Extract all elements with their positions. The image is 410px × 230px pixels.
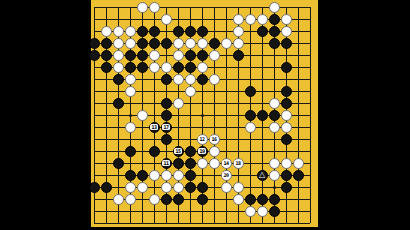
intersection[interactable] <box>292 205 304 217</box>
intersection[interactable] <box>304 61 316 73</box>
intersection[interactable] <box>136 169 148 181</box>
intersection[interactable] <box>256 85 268 97</box>
intersection[interactable] <box>292 25 304 37</box>
intersection[interactable] <box>244 193 256 205</box>
intersection[interactable] <box>268 25 280 37</box>
intersection[interactable] <box>208 121 220 133</box>
intersection[interactable] <box>184 133 196 145</box>
intersection[interactable]: 20 <box>220 169 232 181</box>
intersection[interactable] <box>268 37 280 49</box>
intersection[interactable] <box>112 73 124 85</box>
intersection[interactable] <box>184 49 196 61</box>
intersection[interactable] <box>172 121 184 133</box>
intersection[interactable] <box>220 181 232 193</box>
intersection[interactable] <box>160 205 172 217</box>
intersection[interactable] <box>280 169 292 181</box>
intersection[interactable] <box>232 97 244 109</box>
intersection[interactable] <box>160 85 172 97</box>
intersection[interactable] <box>160 145 172 157</box>
intersection[interactable] <box>304 157 316 169</box>
intersection[interactable] <box>232 61 244 73</box>
intersection[interactable] <box>244 157 256 169</box>
intersection[interactable] <box>268 73 280 85</box>
intersection[interactable] <box>220 25 232 37</box>
intersection[interactable] <box>124 145 136 157</box>
intersection[interactable] <box>196 121 208 133</box>
intersection[interactable] <box>124 181 136 193</box>
intersection[interactable] <box>256 157 268 169</box>
intersection[interactable] <box>136 193 148 205</box>
intersection[interactable] <box>196 109 208 121</box>
intersection[interactable]: △ <box>256 169 268 181</box>
intersection[interactable] <box>268 1 280 13</box>
intersection[interactable] <box>136 1 148 13</box>
intersection[interactable] <box>232 37 244 49</box>
intersection[interactable] <box>256 121 268 133</box>
intersection[interactable] <box>280 157 292 169</box>
intersection[interactable] <box>232 49 244 61</box>
intersection[interactable] <box>256 205 268 217</box>
intersection[interactable] <box>148 1 160 13</box>
intersection[interactable] <box>304 193 316 205</box>
intersection[interactable] <box>256 145 268 157</box>
intersection[interactable] <box>292 49 304 61</box>
intersection[interactable] <box>292 145 304 157</box>
intersection[interactable] <box>124 49 136 61</box>
intersection[interactable] <box>148 73 160 85</box>
intersection[interactable] <box>184 85 196 97</box>
intersection[interactable] <box>148 145 160 157</box>
intersection[interactable] <box>244 37 256 49</box>
intersection[interactable] <box>256 25 268 37</box>
intersection[interactable] <box>304 13 316 25</box>
intersection[interactable] <box>232 121 244 133</box>
intersection[interactable]: 17 <box>160 121 172 133</box>
intersection[interactable] <box>208 25 220 37</box>
intersection[interactable] <box>172 181 184 193</box>
intersection[interactable] <box>160 49 172 61</box>
intersection[interactable]: 15 <box>172 145 184 157</box>
intersection[interactable] <box>112 37 124 49</box>
intersection[interactable] <box>280 193 292 205</box>
intersection[interactable] <box>196 49 208 61</box>
intersection[interactable] <box>160 25 172 37</box>
intersection[interactable] <box>292 133 304 145</box>
intersection[interactable] <box>268 13 280 25</box>
intersection[interactable] <box>124 61 136 73</box>
intersection[interactable] <box>220 85 232 97</box>
intersection[interactable] <box>232 193 244 205</box>
intersection[interactable] <box>220 13 232 25</box>
intersection[interactable] <box>280 97 292 109</box>
intersection[interactable] <box>280 109 292 121</box>
intersection[interactable] <box>88 49 100 61</box>
intersection[interactable]: 13 <box>148 121 160 133</box>
intersection[interactable] <box>148 181 160 193</box>
intersection[interactable] <box>220 73 232 85</box>
intersection[interactable] <box>124 121 136 133</box>
intersection[interactable] <box>244 145 256 157</box>
intersection[interactable] <box>100 181 112 193</box>
intersection[interactable] <box>196 97 208 109</box>
intersection[interactable] <box>232 205 244 217</box>
intersection[interactable] <box>112 49 124 61</box>
intersection[interactable] <box>208 181 220 193</box>
intersection[interactable] <box>208 61 220 73</box>
intersection[interactable] <box>280 13 292 25</box>
intersection[interactable] <box>100 145 112 157</box>
intersection[interactable] <box>184 157 196 169</box>
intersection[interactable] <box>136 37 148 49</box>
intersection[interactable] <box>148 13 160 25</box>
intersection[interactable] <box>304 73 316 85</box>
intersection[interactable]: 11 <box>160 157 172 169</box>
intersection[interactable] <box>196 181 208 193</box>
intersection[interactable] <box>136 97 148 109</box>
intersection[interactable] <box>208 169 220 181</box>
intersection[interactable] <box>232 181 244 193</box>
intersection[interactable] <box>244 133 256 145</box>
intersection[interactable] <box>292 61 304 73</box>
intersection[interactable] <box>136 61 148 73</box>
intersection[interactable] <box>232 1 244 13</box>
intersection[interactable] <box>208 109 220 121</box>
intersection[interactable] <box>124 133 136 145</box>
intersection[interactable]: 12 <box>196 133 208 145</box>
intersection[interactable] <box>304 37 316 49</box>
intersection[interactable] <box>220 193 232 205</box>
intersection[interactable] <box>232 133 244 145</box>
intersection[interactable] <box>100 205 112 217</box>
intersection[interactable] <box>100 49 112 61</box>
intersection[interactable] <box>280 1 292 13</box>
intersection[interactable] <box>124 157 136 169</box>
intersection[interactable] <box>232 73 244 85</box>
intersection[interactable] <box>196 13 208 25</box>
intersection[interactable] <box>160 193 172 205</box>
intersection[interactable] <box>304 97 316 109</box>
intersection[interactable] <box>184 109 196 121</box>
intersection[interactable] <box>304 181 316 193</box>
intersection[interactable] <box>244 13 256 25</box>
intersection[interactable] <box>172 169 184 181</box>
intersection[interactable] <box>220 145 232 157</box>
intersection[interactable] <box>124 37 136 49</box>
intersection[interactable] <box>172 157 184 169</box>
intersection[interactable] <box>172 109 184 121</box>
intersection[interactable] <box>172 13 184 25</box>
intersection[interactable] <box>184 121 196 133</box>
go-board[interactable]: 13171216151911141820△ <box>88 1 316 229</box>
intersection[interactable]: 14 <box>220 157 232 169</box>
intersection[interactable] <box>148 49 160 61</box>
intersection[interactable] <box>220 49 232 61</box>
intersection[interactable] <box>148 85 160 97</box>
intersection[interactable] <box>160 61 172 73</box>
intersection[interactable] <box>112 181 124 193</box>
intersection[interactable] <box>220 61 232 73</box>
intersection[interactable] <box>280 205 292 217</box>
intersection[interactable] <box>220 121 232 133</box>
intersection[interactable] <box>184 25 196 37</box>
intersection[interactable] <box>100 25 112 37</box>
intersection[interactable] <box>148 205 160 217</box>
intersection[interactable] <box>160 13 172 25</box>
intersection[interactable] <box>112 61 124 73</box>
intersection[interactable] <box>244 121 256 133</box>
intersection[interactable] <box>112 109 124 121</box>
intersection[interactable] <box>304 121 316 133</box>
intersection[interactable] <box>100 169 112 181</box>
intersection[interactable] <box>208 205 220 217</box>
intersection[interactable] <box>100 121 112 133</box>
intersection[interactable] <box>136 109 148 121</box>
intersection[interactable] <box>124 193 136 205</box>
intersection[interactable] <box>244 73 256 85</box>
intersection[interactable] <box>220 37 232 49</box>
intersection[interactable] <box>184 145 196 157</box>
intersection[interactable] <box>232 25 244 37</box>
intersection[interactable] <box>100 157 112 169</box>
intersection[interactable] <box>184 37 196 49</box>
intersection[interactable] <box>148 25 160 37</box>
intersection[interactable] <box>268 181 280 193</box>
intersection[interactable] <box>172 61 184 73</box>
intersection[interactable] <box>232 169 244 181</box>
intersection[interactable] <box>268 49 280 61</box>
intersection[interactable] <box>112 169 124 181</box>
intersection[interactable] <box>196 157 208 169</box>
intersection[interactable] <box>100 37 112 49</box>
intersection[interactable] <box>244 109 256 121</box>
intersection[interactable] <box>280 85 292 97</box>
intersection[interactable] <box>148 61 160 73</box>
intersection[interactable] <box>172 37 184 49</box>
intersection[interactable] <box>148 157 160 169</box>
intersection[interactable] <box>100 61 112 73</box>
intersection[interactable] <box>124 85 136 97</box>
intersection[interactable] <box>196 37 208 49</box>
intersection[interactable] <box>184 169 196 181</box>
intersection[interactable] <box>208 85 220 97</box>
intersection[interactable] <box>280 181 292 193</box>
intersection[interactable] <box>184 181 196 193</box>
intersection[interactable] <box>256 193 268 205</box>
intersection[interactable] <box>304 109 316 121</box>
intersection[interactable] <box>112 1 124 13</box>
intersection[interactable] <box>100 109 112 121</box>
intersection[interactable] <box>112 97 124 109</box>
intersection[interactable] <box>268 61 280 73</box>
intersection[interactable] <box>304 205 316 217</box>
intersection[interactable] <box>184 193 196 205</box>
intersection[interactable] <box>244 205 256 217</box>
intersection[interactable] <box>112 145 124 157</box>
intersection[interactable] <box>256 49 268 61</box>
intersection[interactable] <box>124 109 136 121</box>
intersection[interactable] <box>172 133 184 145</box>
intersection[interactable] <box>268 133 280 145</box>
intersection[interactable] <box>136 49 148 61</box>
intersection[interactable] <box>256 181 268 193</box>
intersection[interactable] <box>292 193 304 205</box>
intersection[interactable] <box>256 1 268 13</box>
intersection[interactable] <box>292 181 304 193</box>
intersection[interactable] <box>184 13 196 25</box>
intersection[interactable] <box>280 73 292 85</box>
intersection[interactable] <box>256 13 268 25</box>
intersection[interactable] <box>304 145 316 157</box>
intersection[interactable] <box>196 193 208 205</box>
intersection[interactable] <box>160 109 172 121</box>
intersection[interactable] <box>136 145 148 157</box>
intersection[interactable] <box>280 121 292 133</box>
intersection[interactable] <box>244 181 256 193</box>
intersection[interactable] <box>136 25 148 37</box>
intersection[interactable] <box>124 25 136 37</box>
intersection[interactable] <box>220 1 232 13</box>
intersection[interactable] <box>244 169 256 181</box>
intersection[interactable] <box>100 1 112 13</box>
intersection[interactable] <box>292 73 304 85</box>
intersection[interactable] <box>304 169 316 181</box>
intersection[interactable] <box>268 109 280 121</box>
intersection[interactable] <box>100 133 112 145</box>
intersection[interactable] <box>256 133 268 145</box>
intersection[interactable] <box>244 85 256 97</box>
intersection[interactable] <box>88 181 100 193</box>
intersection[interactable] <box>220 97 232 109</box>
intersection[interactable] <box>208 13 220 25</box>
intersection[interactable] <box>232 109 244 121</box>
intersection[interactable] <box>100 73 112 85</box>
intersection[interactable] <box>148 193 160 205</box>
intersection[interactable] <box>184 97 196 109</box>
intersection[interactable] <box>196 85 208 97</box>
intersection[interactable] <box>208 145 220 157</box>
intersection[interactable] <box>304 1 316 13</box>
intersection[interactable] <box>160 97 172 109</box>
intersection[interactable] <box>112 85 124 97</box>
intersection[interactable] <box>304 85 316 97</box>
intersection[interactable] <box>292 169 304 181</box>
intersection[interactable]: 19 <box>196 145 208 157</box>
intersection[interactable] <box>148 97 160 109</box>
intersection[interactable] <box>208 37 220 49</box>
intersection[interactable] <box>124 169 136 181</box>
intersection[interactable] <box>268 169 280 181</box>
intersection[interactable] <box>256 37 268 49</box>
intersection[interactable] <box>196 205 208 217</box>
intersection[interactable] <box>112 157 124 169</box>
intersection[interactable] <box>292 121 304 133</box>
intersection[interactable] <box>172 205 184 217</box>
intersection[interactable] <box>172 85 184 97</box>
intersection[interactable] <box>304 25 316 37</box>
intersection[interactable] <box>136 157 148 169</box>
intersection[interactable] <box>172 25 184 37</box>
intersection[interactable] <box>136 181 148 193</box>
intersection[interactable] <box>100 97 112 109</box>
intersection[interactable] <box>244 1 256 13</box>
intersection[interactable] <box>208 157 220 169</box>
intersection[interactable] <box>184 73 196 85</box>
intersection[interactable] <box>244 25 256 37</box>
intersection[interactable] <box>160 133 172 145</box>
intersection[interactable] <box>220 133 232 145</box>
intersection[interactable] <box>172 73 184 85</box>
intersection[interactable] <box>292 13 304 25</box>
intersection[interactable] <box>172 193 184 205</box>
intersection[interactable] <box>280 145 292 157</box>
intersection[interactable] <box>208 193 220 205</box>
intersection[interactable] <box>100 85 112 97</box>
intersection[interactable] <box>304 133 316 145</box>
intersection[interactable] <box>196 61 208 73</box>
intersection[interactable] <box>112 193 124 205</box>
intersection[interactable] <box>124 205 136 217</box>
intersection[interactable] <box>292 157 304 169</box>
intersection[interactable] <box>148 133 160 145</box>
intersection[interactable] <box>280 133 292 145</box>
intersection[interactable] <box>100 13 112 25</box>
intersection[interactable] <box>124 1 136 13</box>
intersection[interactable] <box>184 205 196 217</box>
intersection[interactable] <box>244 49 256 61</box>
intersection[interactable] <box>232 85 244 97</box>
intersection[interactable] <box>244 61 256 73</box>
intersection[interactable] <box>280 37 292 49</box>
intersection[interactable] <box>268 205 280 217</box>
intersection[interactable] <box>268 193 280 205</box>
intersection[interactable] <box>280 25 292 37</box>
intersection[interactable] <box>136 121 148 133</box>
intersection[interactable] <box>136 133 148 145</box>
intersection[interactable] <box>220 205 232 217</box>
intersection[interactable] <box>172 97 184 109</box>
intersection[interactable] <box>160 181 172 193</box>
intersection[interactable] <box>160 1 172 13</box>
intersection[interactable] <box>256 61 268 73</box>
intersection[interactable] <box>292 37 304 49</box>
intersection[interactable] <box>268 157 280 169</box>
intersection[interactable] <box>112 133 124 145</box>
intersection[interactable] <box>136 205 148 217</box>
intersection[interactable] <box>148 37 160 49</box>
intersection[interactable] <box>112 205 124 217</box>
intersection[interactable] <box>304 49 316 61</box>
intersection[interactable] <box>268 85 280 97</box>
intersection[interactable] <box>196 1 208 13</box>
intersection[interactable] <box>172 1 184 13</box>
intersection[interactable] <box>160 37 172 49</box>
intersection[interactable] <box>172 49 184 61</box>
intersection[interactable] <box>88 37 100 49</box>
intersection[interactable] <box>184 1 196 13</box>
intersection[interactable] <box>160 169 172 181</box>
intersection[interactable] <box>292 97 304 109</box>
intersection[interactable] <box>100 193 112 205</box>
intersection[interactable] <box>232 13 244 25</box>
intersection[interactable] <box>280 61 292 73</box>
intersection[interactable] <box>112 25 124 37</box>
intersection[interactable] <box>160 73 172 85</box>
intersection[interactable] <box>136 73 148 85</box>
intersection[interactable] <box>136 13 148 25</box>
intersection[interactable] <box>232 145 244 157</box>
intersection[interactable] <box>280 49 292 61</box>
intersection[interactable] <box>268 97 280 109</box>
